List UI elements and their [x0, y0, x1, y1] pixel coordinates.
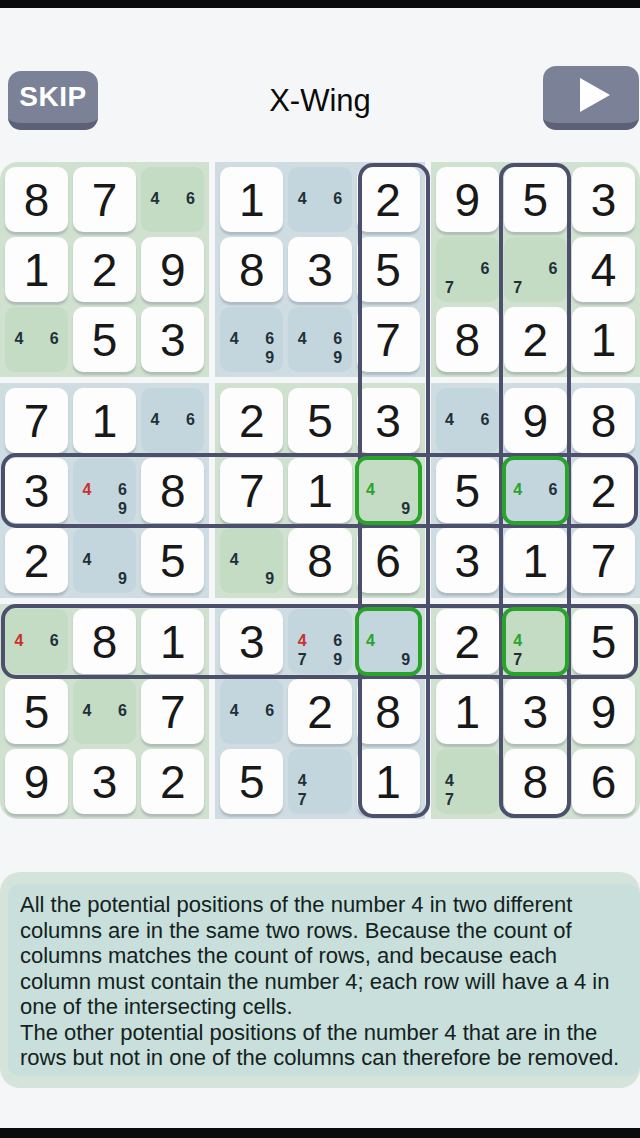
cell-r8c9[interactable]: 9	[572, 679, 635, 744]
candidate-4: 4	[509, 480, 527, 499]
digit: 5	[24, 689, 50, 735]
candidate-6: 6	[261, 701, 279, 720]
cell-r9c1[interactable]: 9	[5, 749, 68, 814]
digit: 5	[92, 317, 118, 363]
cell-r1c5[interactable]: 46	[288, 167, 351, 232]
box-1: 87461294653	[0, 162, 209, 377]
digit: 2	[375, 177, 401, 223]
cell-r7c3[interactable]: 1	[141, 609, 204, 674]
digit: 3	[24, 468, 50, 514]
digit: 3	[454, 538, 480, 584]
candidate-4: 4	[146, 189, 164, 208]
cell-r2c8[interactable]: 67	[504, 237, 567, 302]
bottom-black-bar	[0, 1128, 640, 1138]
digit: 5	[523, 177, 549, 223]
digit: 8	[591, 398, 617, 444]
cell-r8c6[interactable]: 8	[357, 679, 420, 744]
digit: 1	[591, 317, 617, 363]
cell-r3c4[interactable]: 469	[220, 307, 283, 372]
cell-r3c3[interactable]: 3	[141, 307, 204, 372]
candidate-7: 7	[441, 279, 459, 298]
candidate-4: 4	[10, 329, 28, 348]
digit: 8	[24, 177, 50, 223]
digit: 6	[591, 759, 617, 805]
digit: 9	[24, 759, 50, 805]
cell-r8c5[interactable]: 2	[288, 679, 351, 744]
cell-r9c7[interactable]: 47	[436, 749, 499, 814]
cell-r4c1[interactable]: 7	[5, 388, 68, 453]
box-5: 25371494986	[215, 383, 424, 598]
digit: 9	[523, 398, 549, 444]
explanation-paragraph-1: All the potential positions of the numbe…	[20, 892, 628, 1020]
cell-r6c8[interactable]: 1	[504, 528, 567, 593]
candidate-6: 6	[114, 480, 132, 499]
cell-r6c1[interactable]: 2	[5, 528, 68, 593]
candidate-7: 7	[509, 651, 527, 670]
candidate-4: 4	[293, 329, 311, 348]
cell-r6c9[interactable]: 7	[572, 528, 635, 593]
box-7: 46815467932	[0, 604, 209, 819]
candidate-7: 7	[509, 279, 527, 298]
candidate-4: 4	[78, 701, 96, 720]
cell-r5c1[interactable]: 3	[5, 458, 68, 523]
candidate-9: 9	[397, 500, 415, 519]
cell-r8c3[interactable]: 7	[141, 679, 204, 744]
digit: 2	[92, 247, 118, 293]
cell-r8c7[interactable]: 1	[436, 679, 499, 744]
candidate-6: 6	[476, 410, 494, 429]
digit: 9	[160, 247, 186, 293]
digit: 7	[591, 538, 617, 584]
cell-r6c2[interactable]: 49	[73, 528, 136, 593]
cell-r3c6[interactable]: 7	[357, 307, 420, 372]
cell-r6c7[interactable]: 3	[436, 528, 499, 593]
cell-r4c8[interactable]: 9	[504, 388, 567, 453]
cell-r7c2[interactable]: 8	[73, 609, 136, 674]
cell-r2c7[interactable]: 67	[436, 237, 499, 302]
digit: 1	[454, 689, 480, 735]
candidate-6: 6	[261, 329, 279, 348]
explanation-paragraph-2: The other potential positions of the num…	[20, 1020, 628, 1071]
play-icon	[580, 78, 610, 112]
cell-r5c8[interactable]: 46	[504, 458, 567, 523]
digit: 5	[591, 619, 617, 665]
cell-r5c4[interactable]: 7	[220, 458, 283, 523]
digit: 7	[160, 689, 186, 735]
digit: 2	[24, 538, 50, 584]
candidate-4: 4	[10, 631, 28, 650]
cell-r2c6[interactable]: 5	[357, 237, 420, 302]
candidate-9: 9	[397, 651, 415, 670]
digit: 7	[239, 468, 265, 514]
cell-r9c6[interactable]: 1	[357, 749, 420, 814]
box-4: 7146346982495	[0, 383, 209, 598]
cell-r5c6[interactable]: 49	[357, 458, 420, 523]
digit: 8	[92, 619, 118, 665]
candidate-9: 9	[261, 570, 279, 589]
cell-r6c3[interactable]: 5	[141, 528, 204, 593]
digit: 3	[92, 759, 118, 805]
digit: 2	[591, 468, 617, 514]
cell-r4c7[interactable]: 46	[436, 388, 499, 453]
candidate-4: 4	[509, 631, 527, 650]
cell-r5c7[interactable]: 5	[436, 458, 499, 523]
cell-r4c3[interactable]: 46	[141, 388, 204, 453]
digit: 3	[523, 689, 549, 735]
digit: 3	[375, 398, 401, 444]
candidate-4: 4	[441, 410, 459, 429]
candidate-4: 4	[293, 771, 311, 790]
cell-r9c9[interactable]: 6	[572, 749, 635, 814]
candidate-6: 6	[329, 189, 347, 208]
cell-r9c5[interactable]: 47	[288, 749, 351, 814]
digit: 3	[591, 177, 617, 223]
cell-r3c8[interactable]: 2	[504, 307, 567, 372]
candidate-6: 6	[476, 259, 494, 278]
digit: 3	[239, 619, 265, 665]
cell-r3c5[interactable]: 469	[288, 307, 351, 372]
digit: 1	[523, 538, 549, 584]
digit: 2	[239, 398, 265, 444]
digit: 1	[24, 247, 50, 293]
digit: 8	[307, 538, 333, 584]
cell-r5c3[interactable]: 8	[141, 458, 204, 523]
candidate-9: 9	[114, 500, 132, 519]
cell-r1c8[interactable]: 5	[504, 167, 567, 232]
cell-r6c4[interactable]: 49	[220, 528, 283, 593]
cell-r7c6[interactable]: 49	[357, 609, 420, 674]
candidate-6: 6	[182, 410, 200, 429]
candidate-4: 4	[362, 480, 380, 499]
digit: 8	[160, 468, 186, 514]
candidate-9: 9	[329, 651, 347, 670]
candidate-6: 6	[182, 189, 200, 208]
digit: 1	[375, 759, 401, 805]
cell-r9c4[interactable]: 5	[220, 749, 283, 814]
digit: 8	[239, 247, 265, 293]
candidate-4: 4	[293, 189, 311, 208]
cell-r1c9[interactable]: 3	[572, 167, 635, 232]
cell-r7c5[interactable]: 4679	[288, 609, 351, 674]
cell-r3c9[interactable]: 1	[572, 307, 635, 372]
candidate-4: 4	[441, 771, 459, 790]
cell-r3c7[interactable]: 8	[436, 307, 499, 372]
candidate-7: 7	[293, 651, 311, 670]
cell-r4c9[interactable]: 8	[572, 388, 635, 453]
digit: 6	[375, 538, 401, 584]
candidate-6: 6	[45, 631, 63, 650]
cell-r1c7[interactable]: 9	[436, 167, 499, 232]
sudoku-board: 8746129465314628354694697953676748217146…	[0, 162, 640, 819]
digit: 1	[160, 619, 186, 665]
cell-r9c2[interactable]: 3	[73, 749, 136, 814]
candidate-6: 6	[544, 259, 562, 278]
explanation-text: All the potential positions of the numbe…	[8, 884, 640, 1076]
cell-r1c1[interactable]: 8	[5, 167, 68, 232]
digit: 1	[307, 468, 333, 514]
digit: 4	[591, 247, 617, 293]
digit: 2	[523, 317, 549, 363]
candidate-6: 6	[329, 631, 347, 650]
candidate-7: 7	[441, 791, 459, 810]
candidate-4: 4	[225, 550, 243, 569]
digit: 5	[375, 247, 401, 293]
candidate-4: 4	[225, 329, 243, 348]
digit: 5	[307, 398, 333, 444]
cell-r3c2[interactable]: 5	[73, 307, 136, 372]
digit: 8	[454, 317, 480, 363]
cell-r2c4[interactable]: 8	[220, 237, 283, 302]
play-button[interactable]	[543, 66, 639, 130]
cell-r1c3[interactable]: 46	[141, 167, 204, 232]
digit: 5	[239, 759, 265, 805]
digit: 5	[160, 538, 186, 584]
cell-r1c4[interactable]: 1	[220, 167, 283, 232]
box-2: 14628354694697	[215, 162, 424, 377]
digit: 5	[454, 468, 480, 514]
candidate-6: 6	[114, 701, 132, 720]
digit: 2	[307, 689, 333, 735]
candidate-4: 4	[225, 701, 243, 720]
cell-r1c6[interactable]: 2	[357, 167, 420, 232]
cell-r5c2[interactable]: 469	[73, 458, 136, 523]
candidate-6: 6	[329, 329, 347, 348]
cell-r4c2[interactable]: 1	[73, 388, 136, 453]
box-3: 95367674821	[431, 162, 640, 377]
box-6: 46985462317	[431, 383, 640, 598]
digit: 9	[454, 177, 480, 223]
cell-r9c8[interactable]: 8	[504, 749, 567, 814]
explanation-panel: All the potential positions of the numbe…	[0, 872, 640, 1088]
cell-r5c9[interactable]: 2	[572, 458, 635, 523]
cell-r7c8[interactable]: 47	[504, 609, 567, 674]
candidate-9: 9	[114, 570, 132, 589]
digit: 9	[591, 689, 617, 735]
candidate-4: 4	[78, 550, 96, 569]
cell-r8c4[interactable]: 46	[220, 679, 283, 744]
digit: 8	[375, 689, 401, 735]
cell-r4c5[interactable]: 5	[288, 388, 351, 453]
cell-r2c9[interactable]: 4	[572, 237, 635, 302]
digit: 8	[523, 759, 549, 805]
digit: 7	[24, 398, 50, 444]
digit: 3	[160, 317, 186, 363]
digit: 2	[160, 759, 186, 805]
cell-r8c2[interactable]: 46	[73, 679, 136, 744]
cell-r5c5[interactable]: 1	[288, 458, 351, 523]
digit: 2	[454, 619, 480, 665]
candidate-9: 9	[261, 349, 279, 368]
digit: 1	[92, 398, 118, 444]
cell-r8c8[interactable]: 3	[504, 679, 567, 744]
cell-r7c4[interactable]: 3	[220, 609, 283, 674]
digit: 7	[92, 177, 118, 223]
app-screen: SKIP X-Wing 8746129465314628354694697953…	[0, 0, 640, 1138]
box-9: 24751394786	[431, 604, 640, 819]
cell-r9c3[interactable]: 2	[141, 749, 204, 814]
candidate-7: 7	[293, 791, 311, 810]
candidate-4: 4	[78, 480, 96, 499]
candidate-6: 6	[544, 480, 562, 499]
cell-r3c1[interactable]: 46	[5, 307, 68, 372]
cell-r7c1[interactable]: 46	[5, 609, 68, 674]
candidate-4: 4	[362, 631, 380, 650]
cell-r7c7[interactable]: 2	[436, 609, 499, 674]
cell-r1c2[interactable]: 7	[73, 167, 136, 232]
cell-r2c3[interactable]: 9	[141, 237, 204, 302]
candidate-4: 4	[146, 410, 164, 429]
candidate-6: 6	[45, 329, 63, 348]
candidate-9: 9	[329, 349, 347, 368]
cell-r4c6[interactable]: 3	[357, 388, 420, 453]
digit: 7	[375, 317, 401, 363]
cell-r6c5[interactable]: 8	[288, 528, 351, 593]
cell-r2c1[interactable]: 1	[5, 237, 68, 302]
digit: 3	[307, 247, 333, 293]
top-black-bar	[0, 0, 640, 8]
cell-r7c9[interactable]: 5	[572, 609, 635, 674]
box-8: 346794946285471	[215, 604, 424, 819]
candidate-4: 4	[293, 631, 311, 650]
cell-r2c2[interactable]: 2	[73, 237, 136, 302]
cell-r6c6[interactable]: 6	[357, 528, 420, 593]
cell-r2c5[interactable]: 3	[288, 237, 351, 302]
cell-r4c4[interactable]: 2	[220, 388, 283, 453]
digit: 1	[239, 177, 265, 223]
cell-r8c1[interactable]: 5	[5, 679, 68, 744]
